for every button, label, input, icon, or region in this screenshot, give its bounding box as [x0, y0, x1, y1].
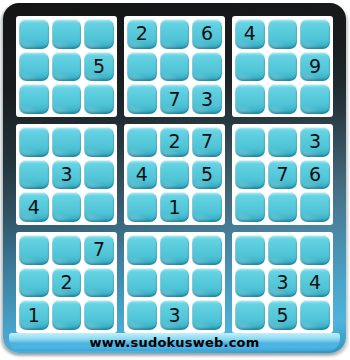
sudoku-cell-r5c3[interactable] — [84, 160, 114, 190]
sudoku-cell-r2c2[interactable] — [52, 52, 82, 82]
sudoku-cell-r2c6[interactable] — [192, 52, 222, 82]
sudoku-cell-r8c9[interactable]: 4 — [300, 268, 330, 298]
sudoku-cell-r4c3[interactable] — [84, 127, 114, 157]
footer-bar: www.sudokusweb.com — [9, 333, 340, 351]
sudoku-cell-r9c8[interactable]: 5 — [268, 300, 298, 330]
sudoku-cell-r7c6[interactable] — [192, 235, 222, 265]
sudoku-cell-r2c4[interactable] — [127, 52, 157, 82]
sudoku-cell-r9c5[interactable]: 3 — [160, 300, 190, 330]
sudoku-cell-r4c9[interactable]: 3 — [300, 127, 330, 157]
sudoku-cell-r2c8[interactable] — [268, 52, 298, 82]
sudoku-cell-r6c7[interactable] — [235, 192, 265, 222]
sudoku-cell-r7c8[interactable] — [268, 235, 298, 265]
sudoku-cell-r7c1[interactable] — [19, 235, 49, 265]
sudoku-cell-r2c7[interactable] — [235, 52, 265, 82]
sudoku-box-r1c1: 5 — [16, 16, 117, 117]
sudoku-cell-r3c7[interactable] — [235, 84, 265, 114]
sudoku-cell-r3c3[interactable] — [84, 84, 114, 114]
sudoku-cell-r9c2[interactable] — [52, 300, 82, 330]
sudoku-cell-r9c9[interactable] — [300, 300, 330, 330]
sudoku-cell-r1c1[interactable] — [19, 19, 49, 49]
sudoku-cell-r5c1[interactable] — [19, 160, 49, 190]
sudoku-cell-r1c3[interactable] — [84, 19, 114, 49]
sudoku-cell-r9c6[interactable] — [192, 300, 222, 330]
site-url-link[interactable]: www.sudokusweb.com — [90, 335, 260, 350]
sudoku-cell-r1c9[interactable] — [300, 19, 330, 49]
sudoku-cell-r2c5[interactable] — [160, 52, 190, 82]
sudoku-cell-r5c2[interactable]: 3 — [52, 160, 82, 190]
sudoku-cell-r5c7[interactable] — [235, 160, 265, 190]
sudoku-cell-r9c1[interactable]: 1 — [19, 300, 49, 330]
sudoku-cell-r8c8[interactable]: 3 — [268, 268, 298, 298]
sudoku-cell-r7c7[interactable] — [235, 235, 265, 265]
sudoku-box-r2c1: 34 — [16, 124, 117, 225]
sudoku-cell-r5c9[interactable]: 6 — [300, 160, 330, 190]
sudoku-cell-r8c2[interactable]: 2 — [52, 268, 82, 298]
sudoku-cell-r4c4[interactable] — [127, 127, 157, 157]
sudoku-cell-r7c4[interactable] — [127, 235, 157, 265]
sudoku-cell-r4c7[interactable] — [235, 127, 265, 157]
sudoku-grid: 526734934274513767213345 — [16, 16, 333, 333]
sudoku-box-r3c2: 3 — [124, 232, 225, 333]
sudoku-cell-r6c6[interactable] — [192, 192, 222, 222]
sudoku-cell-r8c4[interactable] — [127, 268, 157, 298]
sudoku-cell-r6c2[interactable] — [52, 192, 82, 222]
sudoku-box-r2c3: 376 — [232, 124, 333, 225]
sudoku-cell-r4c8[interactable] — [268, 127, 298, 157]
sudoku-cell-r1c8[interactable] — [268, 19, 298, 49]
sudoku-cell-r6c8[interactable] — [268, 192, 298, 222]
sudoku-cell-r7c3[interactable]: 7 — [84, 235, 114, 265]
sudoku-cell-r3c9[interactable] — [300, 84, 330, 114]
sudoku-cell-r5c5[interactable] — [160, 160, 190, 190]
sudoku-cell-r2c3[interactable]: 5 — [84, 52, 114, 82]
sudoku-cell-r1c4[interactable]: 2 — [127, 19, 157, 49]
sudoku-cell-r9c4[interactable] — [127, 300, 157, 330]
sudoku-cell-r2c9[interactable]: 9 — [300, 52, 330, 82]
sudoku-cell-r2c1[interactable] — [19, 52, 49, 82]
sudoku-box-r3c3: 345 — [232, 232, 333, 333]
sudoku-box-r1c3: 49 — [232, 16, 333, 117]
sudoku-cell-r8c1[interactable] — [19, 268, 49, 298]
sudoku-cell-r6c3[interactable] — [84, 192, 114, 222]
sudoku-cell-r9c7[interactable] — [235, 300, 265, 330]
sudoku-cell-r6c5[interactable]: 1 — [160, 192, 190, 222]
sudoku-cell-r3c5[interactable]: 7 — [160, 84, 190, 114]
sudoku-cell-r4c5[interactable]: 2 — [160, 127, 190, 157]
sudoku-box-r2c2: 27451 — [124, 124, 225, 225]
sudoku-cell-r1c5[interactable] — [160, 19, 190, 49]
sudoku-cell-r3c8[interactable] — [268, 84, 298, 114]
sudoku-cell-r7c2[interactable] — [52, 235, 82, 265]
sudoku-cell-r6c1[interactable]: 4 — [19, 192, 49, 222]
sudoku-cell-r3c1[interactable] — [19, 84, 49, 114]
sudoku-cell-r3c4[interactable] — [127, 84, 157, 114]
sudoku-cell-r6c9[interactable] — [300, 192, 330, 222]
sudoku-cell-r4c2[interactable] — [52, 127, 82, 157]
sudoku-cell-r8c6[interactable] — [192, 268, 222, 298]
sudoku-cell-r5c6[interactable]: 5 — [192, 160, 222, 190]
sudoku-cell-r6c4[interactable] — [127, 192, 157, 222]
sudoku-cell-r4c6[interactable]: 7 — [192, 127, 222, 157]
sudoku-cell-r8c3[interactable] — [84, 268, 114, 298]
sudoku-cell-r4c1[interactable] — [19, 127, 49, 157]
sudoku-cell-r5c4[interactable]: 4 — [127, 160, 157, 190]
sudoku-cell-r8c5[interactable] — [160, 268, 190, 298]
sudoku-cell-r1c6[interactable]: 6 — [192, 19, 222, 49]
sudoku-board: 526734934274513767213345 www.sudokusweb.… — [3, 3, 346, 353]
sudoku-cell-r3c2[interactable] — [52, 84, 82, 114]
sudoku-cell-r7c9[interactable] — [300, 235, 330, 265]
sudoku-cell-r1c2[interactable] — [52, 19, 82, 49]
sudoku-cell-r3c6[interactable]: 3 — [192, 84, 222, 114]
sudoku-box-r1c2: 2673 — [124, 16, 225, 117]
sudoku-cell-r9c3[interactable] — [84, 300, 114, 330]
sudoku-cell-r1c7[interactable]: 4 — [235, 19, 265, 49]
sudoku-cell-r7c5[interactable] — [160, 235, 190, 265]
sudoku-cell-r5c8[interactable]: 7 — [268, 160, 298, 190]
sudoku-cell-r8c7[interactable] — [235, 268, 265, 298]
sudoku-box-r3c1: 721 — [16, 232, 117, 333]
